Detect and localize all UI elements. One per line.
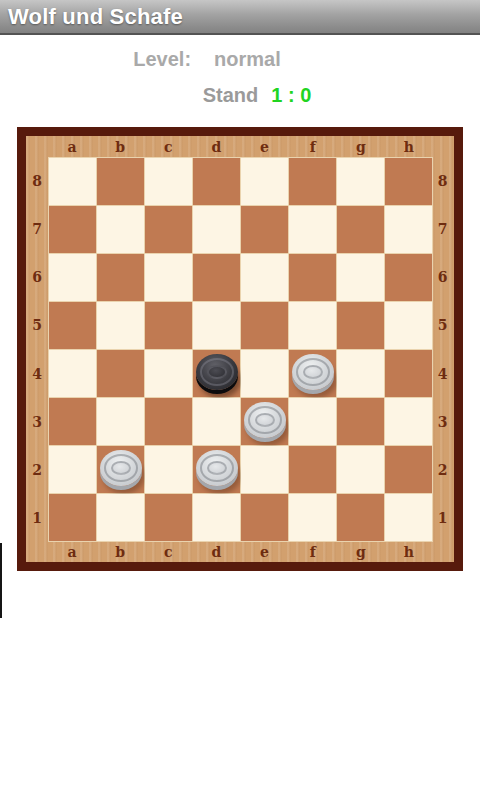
file-labels-top: abcdefgh	[48, 136, 433, 157]
rank-label-6: 6	[431, 253, 454, 301]
piece-wolf-d4[interactable]	[196, 354, 238, 390]
square-e3[interactable]	[241, 398, 288, 445]
file-label-g: g	[337, 136, 385, 157]
square-g8[interactable]	[337, 158, 384, 205]
app-title: Wolf und Schafe	[0, 4, 183, 30]
square-e7[interactable]	[241, 206, 288, 253]
square-b7[interactable]	[97, 206, 144, 253]
file-label-f: f	[289, 541, 337, 562]
square-c1[interactable]	[145, 494, 192, 541]
square-f3[interactable]	[289, 398, 336, 445]
rank-label-4: 4	[431, 350, 454, 398]
file-label-c: c	[144, 541, 192, 562]
score-row: Stand 1 : 0	[17, 84, 480, 107]
square-c8[interactable]	[145, 158, 192, 205]
square-h8[interactable]	[385, 158, 432, 205]
rank-labels-left: 87654321	[26, 157, 48, 542]
square-b3[interactable]	[97, 398, 144, 445]
square-f5[interactable]	[289, 302, 336, 349]
square-d3[interactable]	[193, 398, 240, 445]
square-c2[interactable]	[145, 446, 192, 493]
squares-grid	[48, 157, 433, 542]
game-board: abcdefgh abcdefgh 87654321 87654321	[17, 127, 463, 571]
square-f2[interactable]	[289, 446, 336, 493]
rank-label-3: 3	[431, 398, 454, 446]
square-a5[interactable]	[49, 302, 96, 349]
file-label-d: d	[192, 136, 240, 157]
rank-label-3: 3	[26, 398, 48, 446]
square-g2[interactable]	[337, 446, 384, 493]
piece-sheep-d2[interactable]	[196, 450, 238, 486]
square-f7[interactable]	[289, 206, 336, 253]
square-g4[interactable]	[337, 350, 384, 397]
square-c6[interactable]	[145, 254, 192, 301]
file-label-a: a	[48, 541, 96, 562]
square-d5[interactable]	[193, 302, 240, 349]
rank-label-5: 5	[431, 301, 454, 349]
file-label-g: g	[337, 541, 385, 562]
square-d1[interactable]	[193, 494, 240, 541]
file-labels-bottom: abcdefgh	[48, 541, 433, 562]
rank-label-8: 8	[26, 157, 48, 205]
square-a3[interactable]	[49, 398, 96, 445]
square-d8[interactable]	[193, 158, 240, 205]
square-e2[interactable]	[241, 446, 288, 493]
file-label-b: b	[96, 541, 144, 562]
rank-label-1: 1	[26, 494, 48, 542]
app-screen: Wolf und Schafe Level: normal Stand 1 : …	[0, 0, 480, 800]
square-h3[interactable]	[385, 398, 432, 445]
square-g5[interactable]	[337, 302, 384, 349]
rank-labels-right: 87654321	[431, 157, 454, 542]
square-f4[interactable]	[289, 350, 336, 397]
square-g6[interactable]	[337, 254, 384, 301]
file-label-f: f	[289, 136, 337, 157]
square-e8[interactable]	[241, 158, 288, 205]
square-a2[interactable]	[49, 446, 96, 493]
square-b2[interactable]	[97, 446, 144, 493]
file-label-e: e	[241, 136, 289, 157]
level-value: normal	[214, 48, 281, 71]
square-a1[interactable]	[49, 494, 96, 541]
rank-label-1: 1	[431, 494, 454, 542]
square-a4[interactable]	[49, 350, 96, 397]
square-f1[interactable]	[289, 494, 336, 541]
square-e4[interactable]	[241, 350, 288, 397]
board-frame: abcdefgh abcdefgh 87654321 87654321	[26, 136, 454, 562]
square-g1[interactable]	[337, 494, 384, 541]
square-c5[interactable]	[145, 302, 192, 349]
file-label-h: h	[385, 136, 433, 157]
square-b5[interactable]	[97, 302, 144, 349]
square-d4[interactable]	[193, 350, 240, 397]
file-label-d: d	[192, 541, 240, 562]
square-c4[interactable]	[145, 350, 192, 397]
square-f6[interactable]	[289, 254, 336, 301]
square-d6[interactable]	[193, 254, 240, 301]
file-label-a: a	[48, 136, 96, 157]
title-bar: Wolf und Schafe	[0, 0, 480, 35]
level-row: Level: normal	[0, 48, 447, 71]
screen-edge-artifact	[0, 543, 2, 618]
square-b8[interactable]	[97, 158, 144, 205]
piece-sheep-f4[interactable]	[292, 354, 334, 390]
square-a7[interactable]	[49, 206, 96, 253]
rank-label-7: 7	[26, 205, 48, 253]
rank-label-5: 5	[26, 301, 48, 349]
square-h1[interactable]	[385, 494, 432, 541]
square-h4[interactable]	[385, 350, 432, 397]
square-e1[interactable]	[241, 494, 288, 541]
square-c7[interactable]	[145, 206, 192, 253]
square-g7[interactable]	[337, 206, 384, 253]
hud: Level: normal Stand 1 : 0	[0, 35, 480, 127]
square-e5[interactable]	[241, 302, 288, 349]
square-f8[interactable]	[289, 158, 336, 205]
square-c3[interactable]	[145, 398, 192, 445]
rank-label-6: 6	[26, 253, 48, 301]
square-d7[interactable]	[193, 206, 240, 253]
square-a8[interactable]	[49, 158, 96, 205]
square-h2[interactable]	[385, 446, 432, 493]
square-e6[interactable]	[241, 254, 288, 301]
rank-label-8: 8	[431, 157, 454, 205]
file-label-b: b	[96, 136, 144, 157]
rank-label-2: 2	[431, 446, 454, 494]
file-label-e: e	[241, 541, 289, 562]
file-label-h: h	[385, 541, 433, 562]
piece-sheep-b2[interactable]	[100, 450, 142, 486]
rank-label-4: 4	[26, 350, 48, 398]
square-b1[interactable]	[97, 494, 144, 541]
square-h5[interactable]	[385, 302, 432, 349]
piece-sheep-e3[interactable]	[244, 402, 286, 438]
square-b6[interactable]	[97, 254, 144, 301]
score-label: Stand	[203, 84, 259, 107]
score-value: 1 : 0	[271, 84, 311, 107]
level-label: Level:	[133, 48, 191, 71]
square-g3[interactable]	[337, 398, 384, 445]
square-h7[interactable]	[385, 206, 432, 253]
square-b4[interactable]	[97, 350, 144, 397]
square-h6[interactable]	[385, 254, 432, 301]
square-d2[interactable]	[193, 446, 240, 493]
rank-label-7: 7	[431, 205, 454, 253]
rank-label-2: 2	[26, 446, 48, 494]
square-a6[interactable]	[49, 254, 96, 301]
file-label-c: c	[144, 136, 192, 157]
